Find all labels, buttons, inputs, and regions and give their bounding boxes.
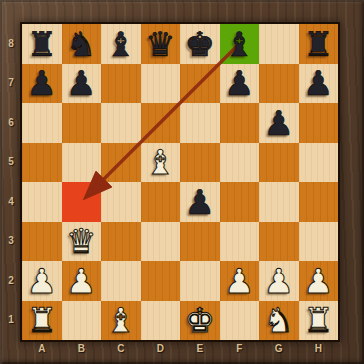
piece-white-rook[interactable]: ♜ (303, 303, 333, 337)
square-f2[interactable]: ♟ (220, 261, 260, 301)
square-b8[interactable]: ♞ (62, 24, 102, 64)
square-g1[interactable]: ♞ (259, 301, 299, 341)
square-d8[interactable]: ♛ (141, 24, 181, 64)
square-h6[interactable] (299, 103, 339, 143)
square-g5[interactable] (259, 143, 299, 183)
square-h4[interactable] (299, 182, 339, 222)
square-e7[interactable] (180, 64, 220, 104)
square-e3[interactable] (180, 222, 220, 262)
file-label-H: H (299, 343, 339, 354)
piece-black-queen[interactable]: ♛ (145, 27, 175, 61)
square-c2[interactable] (101, 261, 141, 301)
square-c3[interactable] (101, 222, 141, 262)
piece-black-bishop[interactable]: ♝ (106, 27, 136, 61)
piece-black-king[interactable]: ♚ (185, 27, 215, 61)
square-b4[interactable] (62, 182, 102, 222)
piece-black-knight[interactable]: ♞ (66, 27, 96, 61)
piece-black-pawn[interactable]: ♟ (264, 106, 294, 140)
square-f6[interactable] (220, 103, 260, 143)
square-a7[interactable]: ♟ (22, 64, 62, 104)
rank-label-3: 3 (0, 235, 22, 246)
square-d7[interactable] (141, 64, 181, 104)
file-label-F: F (220, 343, 260, 354)
square-a6[interactable] (22, 103, 62, 143)
square-h7[interactable]: ♟ (299, 64, 339, 104)
chess-board: ♜♞♝♛♚♝♜♟♟♟♟♟♝♟♛♟♟♟♟♟♜♝♚♞♜ (22, 24, 338, 340)
square-f3[interactable] (220, 222, 260, 262)
file-label-E: E (180, 343, 220, 354)
square-d6[interactable] (141, 103, 181, 143)
square-f1[interactable] (220, 301, 260, 341)
square-c6[interactable] (101, 103, 141, 143)
file-label-C: C (101, 343, 141, 354)
rank-label-4: 4 (0, 196, 22, 207)
square-d4[interactable] (141, 182, 181, 222)
square-b1[interactable] (62, 301, 102, 341)
square-g3[interactable] (259, 222, 299, 262)
square-f5[interactable] (220, 143, 260, 183)
piece-white-rook[interactable]: ♜ (27, 303, 57, 337)
square-f8[interactable]: ♝ (220, 24, 260, 64)
rank-label-1: 1 (0, 314, 22, 325)
piece-black-pawn[interactable]: ♟ (303, 66, 333, 100)
square-a8[interactable]: ♜ (22, 24, 62, 64)
square-e6[interactable] (180, 103, 220, 143)
rank-label-2: 2 (0, 275, 22, 286)
square-e2[interactable] (180, 261, 220, 301)
piece-white-pawn[interactable]: ♟ (264, 264, 294, 298)
piece-black-pawn[interactable]: ♟ (224, 66, 254, 100)
square-c5[interactable] (101, 143, 141, 183)
piece-black-pawn[interactable]: ♟ (185, 185, 215, 219)
square-g6[interactable]: ♟ (259, 103, 299, 143)
square-c7[interactable] (101, 64, 141, 104)
piece-black-pawn[interactable]: ♟ (66, 66, 96, 100)
square-g4[interactable] (259, 182, 299, 222)
rank-label-6: 6 (0, 117, 22, 128)
piece-black-rook[interactable]: ♜ (27, 27, 57, 61)
square-d5[interactable]: ♝ (141, 143, 181, 183)
square-c1[interactable]: ♝ (101, 301, 141, 341)
square-h1[interactable]: ♜ (299, 301, 339, 341)
square-g8[interactable] (259, 24, 299, 64)
square-h3[interactable] (299, 222, 339, 262)
piece-black-bishop[interactable]: ♝ (224, 27, 254, 61)
square-a5[interactable] (22, 143, 62, 183)
piece-white-bishop[interactable]: ♝ (145, 145, 175, 179)
square-h5[interactable] (299, 143, 339, 183)
square-b7[interactable]: ♟ (62, 64, 102, 104)
square-a2[interactable]: ♟ (22, 261, 62, 301)
square-h2[interactable]: ♟ (299, 261, 339, 301)
square-b6[interactable] (62, 103, 102, 143)
square-g7[interactable] (259, 64, 299, 104)
piece-white-queen[interactable]: ♛ (66, 224, 96, 258)
piece-white-pawn[interactable]: ♟ (66, 264, 96, 298)
square-d2[interactable] (141, 261, 181, 301)
file-label-G: G (259, 343, 299, 354)
square-b5[interactable] (62, 143, 102, 183)
square-e4[interactable]: ♟ (180, 182, 220, 222)
piece-white-pawn[interactable]: ♟ (27, 264, 57, 298)
square-b3[interactable]: ♛ (62, 222, 102, 262)
file-label-D: D (141, 343, 181, 354)
square-g2[interactable]: ♟ (259, 261, 299, 301)
piece-black-rook[interactable]: ♜ (303, 27, 333, 61)
rank-label-5: 5 (0, 156, 22, 167)
square-f7[interactable]: ♟ (220, 64, 260, 104)
piece-white-pawn[interactable]: ♟ (224, 264, 254, 298)
rank-label-8: 8 (0, 38, 22, 49)
square-e1[interactable]: ♚ (180, 301, 220, 341)
square-a3[interactable] (22, 222, 62, 262)
square-a4[interactable] (22, 182, 62, 222)
square-b2[interactable]: ♟ (62, 261, 102, 301)
piece-black-pawn[interactable]: ♟ (27, 66, 57, 100)
square-a1[interactable]: ♜ (22, 301, 62, 341)
file-label-B: B (62, 343, 102, 354)
piece-white-knight[interactable]: ♞ (264, 303, 294, 337)
chess-board-frame: ♜♞♝♛♚♝♜♟♟♟♟♟♝♟♛♟♟♟♟♟♜♝♚♞♜ 87654321ABCDEF… (0, 0, 364, 364)
rank-label-7: 7 (0, 77, 22, 88)
square-d3[interactable] (141, 222, 181, 262)
square-e8[interactable]: ♚ (180, 24, 220, 64)
piece-white-bishop[interactable]: ♝ (106, 303, 136, 337)
square-h8[interactable]: ♜ (299, 24, 339, 64)
square-d1[interactable] (141, 301, 181, 341)
square-c8[interactable]: ♝ (101, 24, 141, 64)
square-e5[interactable] (180, 143, 220, 183)
file-label-A: A (22, 343, 62, 354)
piece-white-king[interactable]: ♚ (185, 303, 215, 337)
piece-white-pawn[interactable]: ♟ (303, 264, 333, 298)
square-c4[interactable] (101, 182, 141, 222)
square-f4[interactable] (220, 182, 260, 222)
